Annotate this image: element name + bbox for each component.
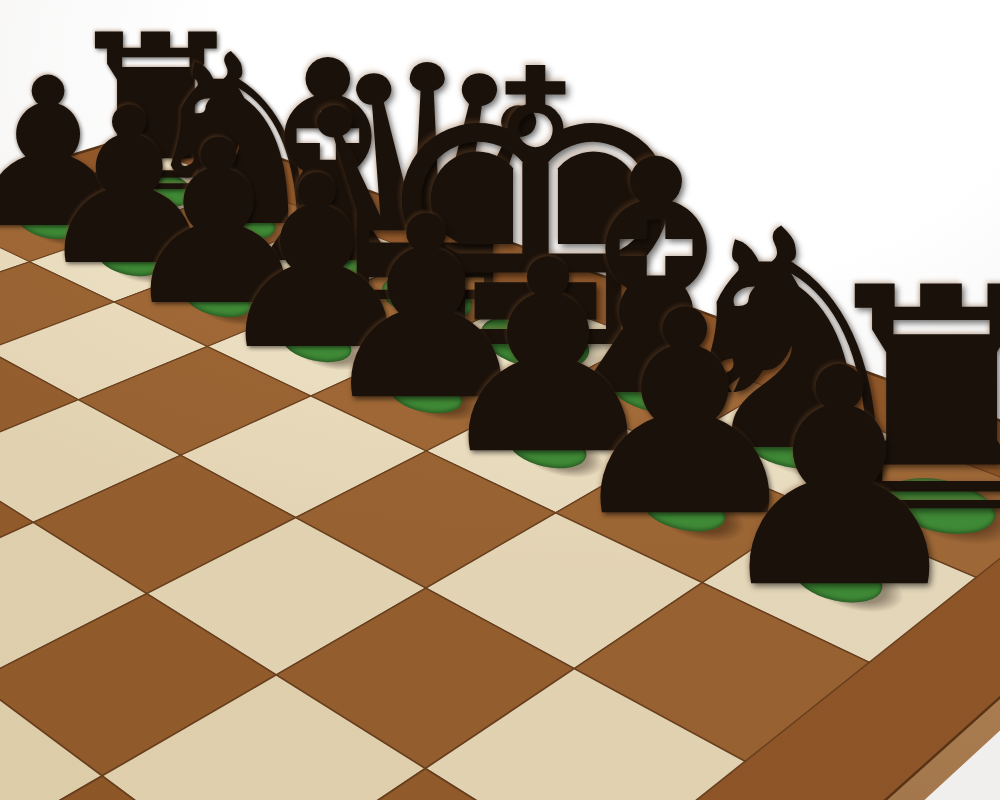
chessboard: [0, 0, 1000, 800]
chessboard-scene: ♜♞♟♝♟♛♟♚♟♝♟♞♟♜♟♟: [0, 0, 1000, 800]
